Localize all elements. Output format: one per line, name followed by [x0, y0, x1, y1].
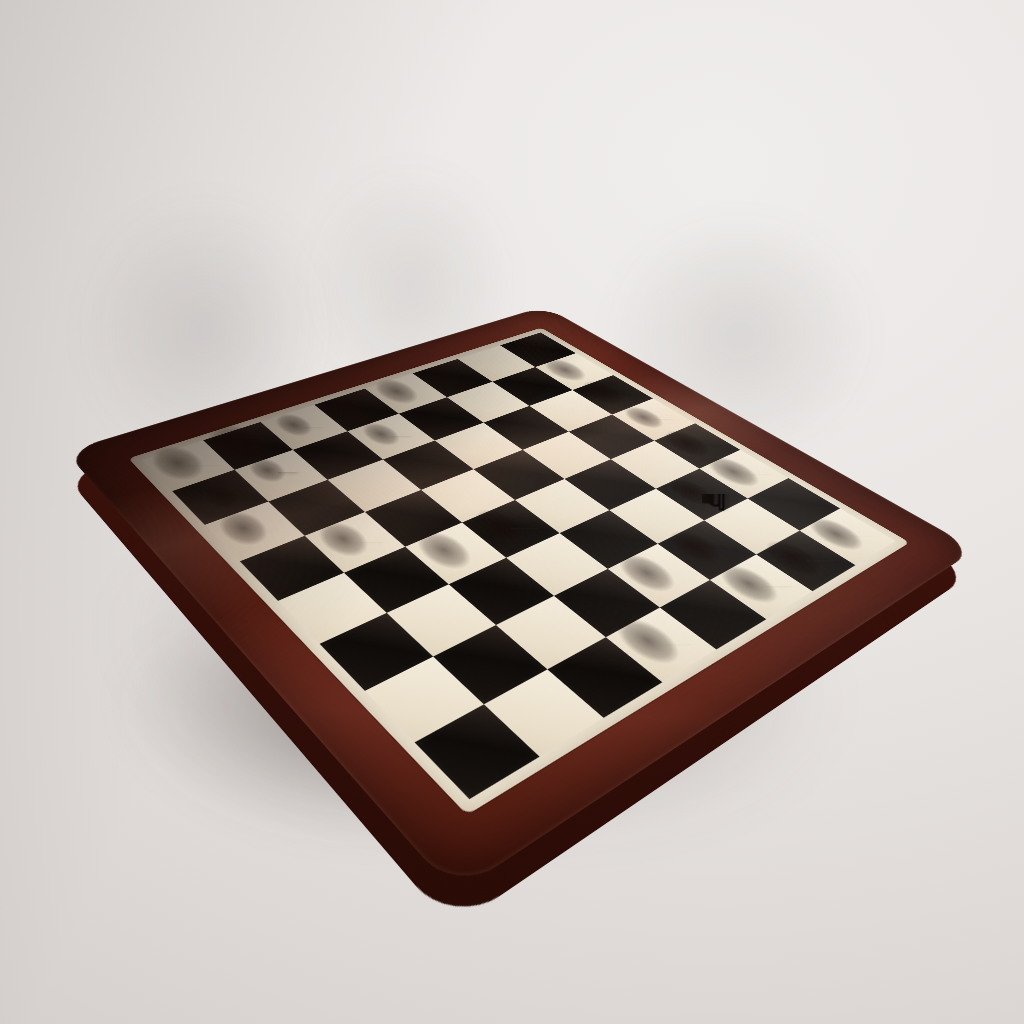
photo-stage: ♟♞♟♟♚♞♜♞♟♟♛♝♝♟♟♜♞♟♝♟♚♝♟♟♟♞	[0, 0, 1024, 1024]
white-pawn-f1[interactable]: ♟	[719, 505, 803, 591]
square-g7[interactable]	[492, 367, 572, 406]
square-f7[interactable]	[447, 382, 529, 423]
scene-3d: ♟♞♟♟♚♞♜♞♟♟♛♝♝♟♟♜♞♟♝♟♚♝♟♟♟♞	[0, 0, 1024, 1024]
square-h7[interactable]	[535, 353, 613, 390]
white-bishop-c4[interactable]: ♝	[400, 444, 512, 559]
square-d8[interactable]	[314, 389, 398, 432]
white-pawn-d1[interactable]: ♟	[614, 552, 708, 649]
square-h6[interactable]	[572, 375, 652, 414]
square-h8[interactable]	[500, 332, 576, 367]
square-e8[interactable]	[365, 373, 447, 413]
white-pawn-b5[interactable]: ♟	[315, 465, 394, 546]
chess-board-assembly: ♟♞♟♟♚♞♜♞♟♟♛♝♝♟♟♜♞♟♝♟♚♝♟♟♟♞	[65, 306, 976, 894]
square-g8[interactable]	[458, 345, 536, 381]
white-knight-a6[interactable]: ♞	[204, 432, 306, 536]
square-f8[interactable]	[413, 359, 493, 397]
